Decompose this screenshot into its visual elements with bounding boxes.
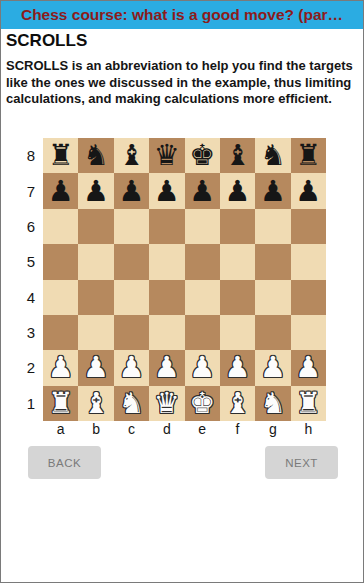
white-rook-piece: ♜ (295, 389, 321, 418)
square-c4 (114, 280, 149, 315)
square-e4 (185, 280, 220, 315)
square-g5 (255, 244, 290, 279)
square-d4 (149, 280, 184, 315)
square-b3 (78, 315, 113, 350)
square-b5 (78, 244, 113, 279)
square-e7: ♟ (185, 173, 220, 208)
square-h8: ♜ (291, 138, 326, 173)
file-label-e: e (185, 421, 220, 439)
square-h6 (291, 209, 326, 244)
square-b6 (78, 209, 113, 244)
square-d3 (149, 315, 184, 350)
white-pawn-piece: ♟ (225, 353, 251, 382)
square-h5 (291, 244, 326, 279)
file-label-a: a (43, 421, 78, 439)
square-c2: ♟ (114, 350, 149, 385)
rank-label-8: 8 (21, 138, 41, 173)
square-h7: ♟ (291, 173, 326, 208)
square-a2: ♟ (43, 350, 78, 385)
square-h2: ♟ (291, 350, 326, 385)
next-button[interactable]: NEXT (265, 446, 338, 479)
square-f2: ♟ (220, 350, 255, 385)
black-pawn-piece: ♟ (260, 177, 286, 206)
square-f7: ♟ (220, 173, 255, 208)
square-f3 (220, 315, 255, 350)
square-f5 (220, 244, 255, 279)
square-h3 (291, 315, 326, 350)
rank-label-7: 7 (21, 173, 41, 208)
square-g7: ♟ (255, 173, 290, 208)
square-f1: ♝ (220, 386, 255, 421)
back-button[interactable]: BACK (28, 446, 101, 479)
square-g8: ♞ (255, 138, 290, 173)
square-d5 (149, 244, 184, 279)
square-c6 (114, 209, 149, 244)
square-g2: ♟ (255, 350, 290, 385)
white-pawn-piece: ♟ (48, 353, 74, 382)
app-screen: Chess course: what is a good move? (par…… (0, 0, 364, 583)
board-rank-labels: 87654321 (21, 138, 41, 421)
square-b2: ♟ (78, 350, 113, 385)
square-e1: ♚ (185, 386, 220, 421)
white-pawn-piece: ♟ (295, 353, 321, 382)
black-rook-piece: ♜ (48, 141, 74, 170)
file-label-b: b (78, 421, 113, 439)
white-pawn-piece: ♟ (154, 353, 180, 382)
file-label-f: f (220, 421, 255, 439)
rank-label-5: 5 (21, 244, 41, 279)
square-a7: ♟ (43, 173, 78, 208)
black-knight-piece: ♞ (83, 141, 109, 170)
square-f4 (220, 280, 255, 315)
white-queen-piece: ♛ (154, 389, 180, 418)
square-a8: ♜ (43, 138, 78, 173)
white-bishop-piece: ♝ (225, 389, 251, 418)
square-d2: ♟ (149, 350, 184, 385)
app-header-bar: Chess course: what is a good move? (par… (1, 1, 363, 29)
square-g4 (255, 280, 290, 315)
square-a3 (43, 315, 78, 350)
rank-label-4: 4 (21, 280, 41, 315)
square-e5 (185, 244, 220, 279)
file-label-c: c (114, 421, 149, 439)
black-knight-piece: ♞ (260, 141, 286, 170)
white-pawn-piece: ♟ (83, 353, 109, 382)
square-g3 (255, 315, 290, 350)
white-pawn-piece: ♟ (189, 353, 215, 382)
black-pawn-piece: ♟ (83, 177, 109, 206)
file-label-h: h (291, 421, 326, 439)
square-d1: ♛ (149, 386, 184, 421)
rank-label-6: 6 (21, 209, 41, 244)
square-b1: ♝ (78, 386, 113, 421)
black-pawn-piece: ♟ (154, 177, 180, 206)
square-e8: ♚ (185, 138, 220, 173)
black-king-piece: ♚ (189, 141, 215, 170)
square-d7: ♟ (149, 173, 184, 208)
black-bishop-piece: ♝ (225, 141, 251, 170)
square-c1: ♞ (114, 386, 149, 421)
white-knight-piece: ♞ (118, 389, 144, 418)
chess-board: ♜♞♝♛♚♝♞♜♟♟♟♟♟♟♟♟♟♟♟♟♟♟♟♟♜♝♞♛♚♝♞♜ (43, 138, 326, 421)
file-label-d: d (149, 421, 184, 439)
white-pawn-piece: ♟ (118, 353, 144, 382)
square-a1: ♜ (43, 386, 78, 421)
black-pawn-piece: ♟ (48, 177, 74, 206)
black-pawn-piece: ♟ (295, 177, 321, 206)
square-b7: ♟ (78, 173, 113, 208)
square-h4 (291, 280, 326, 315)
square-e6 (185, 209, 220, 244)
square-e3 (185, 315, 220, 350)
square-h1: ♜ (291, 386, 326, 421)
lesson-heading: SCROLLS (6, 31, 87, 51)
square-f6 (220, 209, 255, 244)
lesson-body-text: SCROLLS is an abbreviation to help you f… (6, 58, 359, 108)
white-rook-piece: ♜ (48, 389, 74, 418)
square-f8: ♝ (220, 138, 255, 173)
board-file-labels: abcdefgh (43, 421, 326, 439)
square-d8: ♛ (149, 138, 184, 173)
square-c8: ♝ (114, 138, 149, 173)
square-g1: ♞ (255, 386, 290, 421)
square-a4 (43, 280, 78, 315)
square-c3 (114, 315, 149, 350)
square-a5 (43, 244, 78, 279)
square-g6 (255, 209, 290, 244)
black-pawn-piece: ♟ (225, 177, 251, 206)
square-b4 (78, 280, 113, 315)
square-d6 (149, 209, 184, 244)
file-label-g: g (255, 421, 290, 439)
white-knight-piece: ♞ (260, 389, 286, 418)
square-c5 (114, 244, 149, 279)
black-rook-piece: ♜ (295, 141, 321, 170)
rank-label-1: 1 (21, 386, 41, 421)
square-a6 (43, 209, 78, 244)
square-c7: ♟ (114, 173, 149, 208)
page-title: Chess course: what is a good move? (par… (21, 6, 343, 24)
square-e2: ♟ (185, 350, 220, 385)
black-queen-piece: ♛ (154, 141, 180, 170)
black-pawn-piece: ♟ (118, 177, 144, 206)
white-pawn-piece: ♟ (260, 353, 286, 382)
black-pawn-piece: ♟ (189, 177, 215, 206)
black-bishop-piece: ♝ (118, 141, 144, 170)
square-b8: ♞ (78, 138, 113, 173)
rank-label-2: 2 (21, 350, 41, 385)
white-king-piece: ♚ (189, 389, 215, 418)
white-bishop-piece: ♝ (83, 389, 109, 418)
rank-label-3: 3 (21, 315, 41, 350)
